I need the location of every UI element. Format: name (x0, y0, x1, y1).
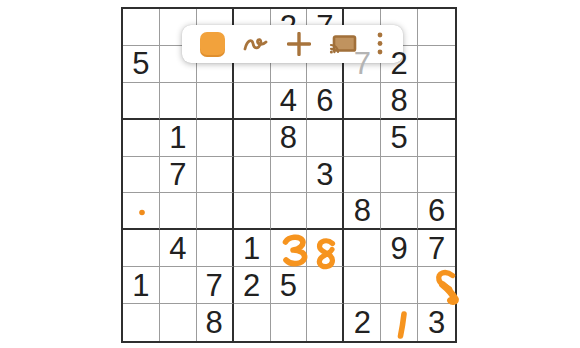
cell-r9c2[interactable] (160, 304, 197, 341)
digit-r4c8: 5 (391, 122, 408, 153)
cell-r4c1[interactable] (123, 120, 160, 157)
cell-r4c3[interactable] (197, 120, 234, 157)
cell-r2c1[interactable]: 5 (123, 46, 160, 83)
cell-r7c8[interactable]: 9 (381, 230, 418, 267)
scribble-icon (243, 32, 269, 56)
screen: 27572468185738641971725823 (0, 0, 580, 348)
cell-r3c2[interactable] (160, 83, 197, 120)
digit-r6c7: 8 (354, 195, 371, 226)
digit-r3c5: 4 (280, 85, 297, 116)
cell-r5c5[interactable] (271, 157, 308, 194)
cell-r9c8[interactable] (381, 304, 418, 341)
cell-r3c9[interactable] (418, 83, 455, 120)
cell-r5c6[interactable]: 3 (307, 157, 344, 194)
cell-r4c5[interactable]: 8 (271, 120, 308, 157)
plus-icon (287, 32, 311, 56)
scribble-tool-button[interactable] (243, 28, 269, 60)
cell-r2c9[interactable] (418, 46, 455, 83)
cell-r7c3[interactable] (197, 230, 234, 267)
cell-r8c6[interactable] (307, 267, 344, 304)
cell-r6c9[interactable]: 6 (418, 193, 455, 230)
cell-r8c1[interactable]: 1 (123, 267, 160, 304)
cell-r8c7[interactable] (344, 267, 381, 304)
cell-r7c9[interactable]: 7 (418, 230, 455, 267)
digit-r9c7: 2 (354, 307, 371, 338)
cell-r9c6[interactable] (307, 304, 344, 341)
digit-r3c8: 8 (391, 85, 408, 116)
cell-r5c9[interactable] (418, 157, 455, 194)
cell-r8c3[interactable]: 7 (197, 267, 234, 304)
digit-r9c9: 3 (428, 307, 445, 338)
cell-r3c6[interactable]: 6 (307, 83, 344, 120)
digit-r7c2: 4 (169, 233, 186, 264)
cell-r6c6[interactable] (307, 193, 344, 230)
cell-r8c5[interactable]: 5 (271, 267, 308, 304)
cell-r5c7[interactable] (344, 157, 381, 194)
cell-r7c2[interactable]: 4 (160, 230, 197, 267)
cell-r3c1[interactable] (123, 83, 160, 120)
cell-r3c4[interactable] (234, 83, 271, 120)
cell-r8c9[interactable] (418, 267, 455, 304)
cell-r9c7[interactable]: 2 (344, 304, 381, 341)
cell-r6c8[interactable] (381, 193, 418, 230)
cell-r7c5[interactable] (271, 230, 308, 267)
cell-r6c3[interactable] (197, 193, 234, 230)
cell-r6c4[interactable] (234, 193, 271, 230)
cell-r9c5[interactable] (271, 304, 308, 341)
kebab-menu-icon (375, 31, 385, 57)
cell-r3c5[interactable]: 4 (271, 83, 308, 120)
digit-r2c7: 7 (354, 48, 371, 79)
cell-r8c8[interactable] (381, 267, 418, 304)
cell-r9c3[interactable]: 8 (197, 304, 234, 341)
digit-r7c8: 9 (391, 233, 408, 264)
cell-r9c1[interactable] (123, 304, 160, 341)
cell-r5c3[interactable] (197, 157, 234, 194)
digit-r8c3: 7 (206, 270, 223, 301)
digit-r8c1: 1 (132, 270, 149, 301)
digit-r2c8: 2 (391, 48, 408, 79)
orange-swatch-icon (200, 32, 225, 57)
cell-r4c9[interactable] (418, 120, 455, 157)
plus-tool-button[interactable] (287, 28, 311, 60)
cell-r5c2[interactable]: 7 (160, 157, 197, 194)
cell-r4c2[interactable]: 1 (160, 120, 197, 157)
cell-r7c6[interactable] (307, 230, 344, 267)
cell-r3c8[interactable]: 8 (381, 83, 418, 120)
cell-r3c7[interactable] (344, 83, 381, 120)
digit-r8c5: 5 (280, 270, 297, 301)
digit-r7c4: 1 (243, 233, 260, 264)
cell-r1c1[interactable] (123, 9, 160, 46)
digit-r6c9: 6 (428, 195, 445, 226)
cell-r9c4[interactable] (234, 304, 271, 341)
cell-r7c1[interactable] (123, 230, 160, 267)
cell-r3c3[interactable] (197, 83, 234, 120)
digit-r9c3: 8 (206, 307, 223, 338)
digit-r8c4: 2 (243, 270, 260, 301)
digit-r5c6: 3 (316, 159, 333, 190)
cell-r5c1[interactable] (123, 157, 160, 194)
digit-r2c1: 5 (132, 48, 149, 79)
color-swatch-button[interactable] (200, 28, 225, 60)
cell-r8c2[interactable] (160, 267, 197, 304)
cell-r4c4[interactable] (234, 120, 271, 157)
cell-r9c9[interactable]: 3 (418, 304, 455, 341)
cell-r4c8[interactable]: 5 (381, 120, 418, 157)
cell-r4c6[interactable] (307, 120, 344, 157)
digit-r5c2: 7 (169, 159, 186, 190)
digit-r3c6: 6 (316, 85, 333, 116)
cell-r6c5[interactable] (271, 193, 308, 230)
cell-r8c4[interactable]: 2 (234, 267, 271, 304)
cell-r6c2[interactable] (160, 193, 197, 230)
cell-r1c9[interactable] (418, 9, 455, 46)
digit-r4c2: 1 (169, 122, 186, 153)
cell-r5c8[interactable] (381, 157, 418, 194)
more-options-button[interactable] (375, 28, 385, 60)
digit-r4c5: 8 (280, 122, 297, 153)
cell-r7c4[interactable]: 1 (234, 230, 271, 267)
cell-r4c7[interactable] (344, 120, 381, 157)
cell-r7c7[interactable] (344, 230, 381, 267)
digit-r7c9: 7 (428, 233, 445, 264)
cell-r5c4[interactable] (234, 157, 271, 194)
cell-r6c1[interactable] (123, 193, 160, 230)
cell-r6c7[interactable]: 8 (344, 193, 381, 230)
